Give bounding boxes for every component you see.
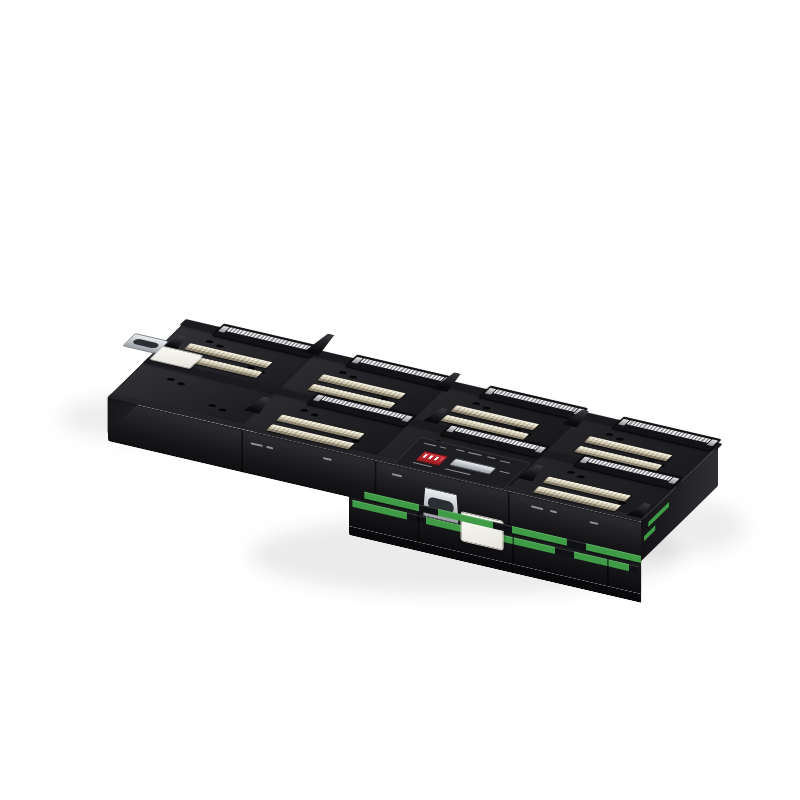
product-photo: Angled overhead product photo on a plain… (0, 0, 800, 800)
pcb-edge-mark (644, 525, 655, 541)
label-dash (531, 505, 543, 510)
module-seam (512, 534, 514, 564)
label-dash (439, 446, 447, 448)
label-dash (468, 452, 483, 456)
dip-switch-levers (422, 454, 443, 461)
label-dash (266, 446, 273, 450)
label-dash (499, 471, 510, 474)
module-seam (241, 430, 243, 472)
label-dash (499, 460, 510, 463)
label-dash (455, 449, 464, 452)
label-dash (424, 443, 437, 447)
dsub-shell-inner (131, 338, 160, 349)
label-dash (590, 521, 599, 525)
label-dash (486, 456, 495, 459)
module-seam (607, 556, 609, 586)
silver-label (449, 458, 497, 474)
label-dash (550, 510, 557, 514)
label-dash (392, 473, 402, 477)
label-dash (323, 457, 332, 461)
label-dash (251, 442, 263, 447)
photo-caption: Angled overhead product photo on a plain… (0, 0, 1, 1)
module-seam (418, 512, 420, 542)
